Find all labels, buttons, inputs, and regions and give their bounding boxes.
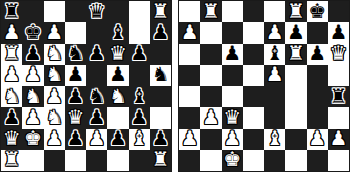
- right-board-square-r7c2[interactable]: [200, 129, 221, 150]
- right-board-square-r3c7[interactable]: ♟: [307, 44, 328, 65]
- white-pawn-icon: ♟: [24, 107, 42, 127]
- black-pawn-icon: ♟: [88, 107, 106, 127]
- black-pawn-icon: ♟: [66, 65, 84, 85]
- right-board-square-r7c7[interactable]: ♟: [307, 129, 328, 150]
- black-king-icon: ♚: [308, 1, 326, 21]
- white-pawn-icon: ♟: [181, 129, 199, 149]
- black-pawn-icon: ♟: [151, 129, 169, 149]
- black-pawn-icon: ♟: [151, 22, 169, 42]
- white-pawn-icon: ♟: [202, 107, 220, 127]
- white-king-icon: ♚: [223, 150, 241, 170]
- left-board-square-r4c8[interactable]: ♞: [150, 65, 171, 86]
- left-board-square-r8c4[interactable]: [65, 150, 86, 171]
- black-bishop-icon: ♝: [266, 44, 284, 64]
- black-pawn-icon: ♟: [24, 44, 42, 64]
- right-board-square-r4c8[interactable]: [328, 65, 349, 86]
- right-board-square-r1c3[interactable]: [222, 1, 243, 22]
- black-king-icon: ♚: [24, 22, 42, 42]
- white-knight-icon: ♞: [45, 65, 63, 85]
- right-board-square-r4c2[interactable]: [200, 65, 221, 86]
- right-board-square-r4c6[interactable]: [285, 65, 306, 86]
- white-pawn-icon: ♟: [266, 65, 284, 85]
- white-pawn-icon: ♟: [3, 65, 21, 85]
- white-rook-icon: ♜: [202, 1, 220, 21]
- left-board-square-r2c6[interactable]: ♝: [107, 22, 128, 43]
- left-board-square-r8c5[interactable]: [86, 150, 107, 171]
- right-board-square-r7c6[interactable]: [285, 129, 306, 150]
- white-knight-icon: ♞: [109, 86, 127, 106]
- right-board-square-r5c4[interactable]: [243, 86, 264, 107]
- black-pawn-icon: ♟: [287, 22, 305, 42]
- white-pawn-icon: ♟: [181, 22, 199, 42]
- right-board-square-r8c1[interactable]: [179, 150, 200, 171]
- left-board-square-r6c6[interactable]: [107, 107, 128, 128]
- right-board-square-r1c5[interactable]: [264, 1, 285, 22]
- white-pawn-icon: ♟: [308, 129, 326, 149]
- black-pawn-icon: ♟: [329, 22, 347, 42]
- black-bishop-icon: ♝: [109, 22, 127, 42]
- right-board-square-r2c4[interactable]: [243, 22, 264, 43]
- left-board-square-r5c7[interactable]: ♝: [129, 86, 150, 107]
- white-pawn-icon: ♟: [266, 22, 284, 42]
- white-rook-icon: ♜: [287, 1, 305, 21]
- left-board-square-r4c7[interactable]: [129, 65, 150, 86]
- left-board-square-r6c1[interactable]: ♟: [1, 107, 22, 128]
- left-board-square-r2c3[interactable]: ♟: [44, 22, 65, 43]
- right-board-square-r6c1[interactable]: [179, 107, 200, 128]
- left-board-square-r7c3[interactable]: ♟: [44, 129, 65, 150]
- left-board-square-r3c6[interactable]: ♛: [107, 44, 128, 65]
- white-pawn-icon: ♟: [45, 86, 63, 106]
- left-board-square-r3c5[interactable]: ♟: [86, 44, 107, 65]
- right-board-square-r5c3[interactable]: [222, 86, 243, 107]
- right-board-square-r1c4[interactable]: [243, 1, 264, 22]
- black-pawn-icon: ♟: [66, 86, 84, 106]
- white-bishop-icon: ♝: [266, 129, 284, 149]
- white-queen-icon: ♛: [3, 129, 21, 149]
- left-board-square-r2c2[interactable]: ♚: [22, 22, 43, 43]
- right-board-square-r3c3[interactable]: ♟: [222, 44, 243, 65]
- white-queen-icon: ♛: [329, 44, 347, 64]
- left-board-square-r7c4[interactable]: ♟: [65, 129, 86, 150]
- left-board-square-r2c7[interactable]: [129, 22, 150, 43]
- right-board-square-r2c7[interactable]: [307, 22, 328, 43]
- left-board-square-r7c2[interactable]: ♚: [22, 129, 43, 150]
- right-board-square-r5c5[interactable]: [264, 86, 285, 107]
- right-board-square-r8c2[interactable]: [200, 150, 221, 171]
- black-rook-icon: ♜: [3, 1, 21, 21]
- left-board-square-r4c6[interactable]: ♟: [107, 65, 128, 86]
- left-board-square-r6c3[interactable]: ♞: [44, 107, 65, 128]
- right-board-square-r8c7[interactable]: [307, 150, 328, 171]
- white-queen-icon: ♛: [109, 44, 127, 64]
- right-board-square-r6c4[interactable]: [243, 107, 264, 128]
- left-board-square-r6c2[interactable]: ♟: [22, 107, 43, 128]
- left-board-square-r8c3[interactable]: [44, 150, 65, 171]
- black-queen-icon: ♛: [88, 1, 106, 21]
- black-pawn-icon: ♟: [109, 65, 127, 85]
- right-board-square-r6c5[interactable]: [264, 107, 285, 128]
- black-rook-icon: ♜: [329, 86, 347, 106]
- right-board-square-r5c7[interactable]: [307, 86, 328, 107]
- left-board-square-r2c8[interactable]: ♟: [150, 22, 171, 43]
- left-board-square-r8c7[interactable]: [129, 150, 150, 171]
- left-board-square-r8c2[interactable]: [22, 150, 43, 171]
- black-knight-icon: ♞: [66, 44, 84, 64]
- left-board-square-r7c6[interactable]: ♟: [107, 129, 128, 150]
- right-board-square-r1c1[interactable]: [179, 1, 200, 22]
- black-pawn-icon: ♟: [88, 44, 106, 64]
- left-board-square-r5c2[interactable]: ♞: [22, 86, 43, 107]
- black-knight-icon: ♞: [88, 86, 106, 106]
- left-board-square-r7c5[interactable]: ♟: [86, 129, 107, 150]
- white-king-icon: ♚: [24, 129, 42, 149]
- right-board-square-r5c1[interactable]: [179, 86, 200, 107]
- right-board-square-r8c5[interactable]: [264, 150, 285, 171]
- white-knight-icon: ♞: [3, 86, 21, 106]
- right-board-square-r7c1[interactable]: ♟: [179, 129, 200, 150]
- right-board-square-r3c2[interactable]: [200, 44, 221, 65]
- white-pawn-icon: ♟: [88, 129, 106, 149]
- white-pawn-icon: ♟: [223, 129, 241, 149]
- black-pawn-icon: ♟: [130, 107, 148, 127]
- left-board-square-r3c1[interactable]: ♜: [1, 44, 22, 65]
- left-board-square-r4c3[interactable]: ♞: [44, 65, 65, 86]
- white-rook-icon: ♜: [3, 44, 21, 64]
- left-board-square-r3c4[interactable]: ♞: [65, 44, 86, 65]
- right-board-square-r2c1[interactable]: ♟: [179, 22, 200, 43]
- white-rook-icon: ♜: [3, 150, 21, 170]
- right-board-square-r8c6[interactable]: [285, 150, 306, 171]
- right-board-square-r7c5[interactable]: ♝: [264, 129, 285, 150]
- left-board-square-r5c8[interactable]: [150, 86, 171, 107]
- left-board-square-r3c2[interactable]: ♟: [22, 44, 43, 65]
- right-board-square-r8c3[interactable]: ♚: [222, 150, 243, 171]
- left-board-square-r4c1[interactable]: ♟: [1, 65, 22, 86]
- left-board-square-r6c7[interactable]: ♟: [129, 107, 150, 128]
- right-board-square-r7c8[interactable]: ♟: [328, 129, 349, 150]
- left-board-square-r5c1[interactable]: ♞: [1, 86, 22, 107]
- left-board-square-r4c4[interactable]: ♟: [65, 65, 86, 86]
- right-board-square-r3c6[interactable]: ♜: [285, 44, 306, 65]
- left-board-square-r2c5[interactable]: [86, 22, 107, 43]
- right-board-square-r5c6[interactable]: [285, 86, 306, 107]
- black-pawn-icon: ♟: [109, 129, 127, 149]
- right-board-square-r2c5[interactable]: ♟: [264, 22, 285, 43]
- left-board-square-r5c3[interactable]: ♟: [44, 86, 65, 107]
- left-board-square-r1c2[interactable]: [22, 1, 43, 22]
- right-board-square-r6c7[interactable]: [307, 107, 328, 128]
- left-board-square-r2c1[interactable]: ♟: [1, 22, 22, 43]
- left-board-square-r1c6[interactable]: [107, 1, 128, 22]
- right-board-square-r2c8[interactable]: ♟: [328, 22, 349, 43]
- right-board-square-r2c6[interactable]: ♟: [285, 22, 306, 43]
- left-board: ♜♛♜♟♚♟♝♟♜♟♞♞♟♛♟♟♟♞♟♟♞♞♞♟♟♞♞♝♟♟♞♛♟♟♛♚♟♟♟♟…: [0, 0, 172, 172]
- black-pawn-icon: ♟: [66, 129, 84, 149]
- left-board-square-r3c7[interactable]: ♟: [129, 44, 150, 65]
- left-board-square-r1c1[interactable]: ♜: [1, 1, 22, 22]
- right-board-square-r6c3[interactable]: ♛: [222, 107, 243, 128]
- left-board-square-r8c1[interactable]: ♜: [1, 150, 22, 171]
- left-board-square-r1c4[interactable]: [65, 1, 86, 22]
- right-board: ♜♜♚♟♟♟♟♟♝♜♟♛♟♜♟♛♟♟♝♟♟♚: [178, 0, 350, 172]
- right-board-square-r3c8[interactable]: ♛: [328, 44, 349, 65]
- white-knight-icon: ♞: [45, 107, 63, 127]
- left-board-square-r3c8[interactable]: [150, 44, 171, 65]
- left-board-square-r1c3[interactable]: [44, 1, 65, 22]
- right-board-square-r4c4[interactable]: [243, 65, 264, 86]
- right-board-square-r1c8[interactable]: [328, 1, 349, 22]
- right-board-square-r6c8[interactable]: [328, 107, 349, 128]
- right-board-square-r4c7[interactable]: [307, 65, 328, 86]
- right-board-square-r5c2[interactable]: [200, 86, 221, 107]
- left-board-square-r1c7[interactable]: [129, 1, 150, 22]
- black-pawn-icon: ♟: [130, 44, 148, 64]
- white-rook-icon: ♜: [287, 44, 305, 64]
- left-board-square-r6c5[interactable]: ♟: [86, 107, 107, 128]
- left-board-square-r8c8[interactable]: ♜: [150, 150, 171, 171]
- right-board-square-r4c3[interactable]: [222, 65, 243, 86]
- white-rook-icon: ♜: [151, 150, 169, 170]
- left-board-square-r8c6[interactable]: [107, 150, 128, 171]
- white-pawn-icon: ♟: [329, 129, 347, 149]
- white-queen-icon: ♛: [66, 107, 84, 127]
- right-board-square-r1c7[interactable]: ♚: [307, 1, 328, 22]
- right-board-square-r4c1[interactable]: [179, 65, 200, 86]
- right-board-square-r2c2[interactable]: [200, 22, 221, 43]
- white-pawn-icon: ♟: [24, 65, 42, 85]
- left-board-square-r7c1[interactable]: ♛: [1, 129, 22, 150]
- right-board-square-r2c3[interactable]: [222, 22, 243, 43]
- right-board-square-r7c3[interactable]: ♟: [222, 129, 243, 150]
- left-board-square-r6c8[interactable]: [150, 107, 171, 128]
- right-board-square-r6c2[interactable]: ♟: [200, 107, 221, 128]
- white-rook-icon: ♜: [151, 1, 169, 21]
- right-board-square-r8c8[interactable]: [328, 150, 349, 171]
- right-board-square-r5c8[interactable]: ♜: [328, 86, 349, 107]
- left-board-square-r1c8[interactable]: ♜: [150, 1, 171, 22]
- right-board-square-r3c5[interactable]: ♝: [264, 44, 285, 65]
- left-board-square-r4c2[interactable]: ♟: [22, 65, 43, 86]
- right-board-square-r1c6[interactable]: ♜: [285, 1, 306, 22]
- left-board-square-r7c8[interactable]: ♟: [150, 129, 171, 150]
- white-queen-icon: ♛: [223, 107, 241, 127]
- left-board-square-r2c4[interactable]: [65, 22, 86, 43]
- left-board-square-r5c5[interactable]: ♞: [86, 86, 107, 107]
- left-board-square-r4c5[interactable]: [86, 65, 107, 86]
- left-board-square-r1c5[interactable]: ♛: [86, 1, 107, 22]
- white-pawn-icon: ♟: [3, 22, 21, 42]
- right-board-square-r4c5[interactable]: ♟: [264, 65, 285, 86]
- right-board-square-r1c2[interactable]: ♜: [200, 1, 221, 22]
- black-pawn-icon: ♟: [223, 44, 241, 64]
- black-pawn-icon: ♟: [308, 44, 326, 64]
- white-pawn-icon: ♟: [45, 129, 63, 149]
- right-board-square-r3c4[interactable]: [243, 44, 264, 65]
- white-knight-icon: ♞: [45, 44, 63, 64]
- left-board-square-r7c7[interactable]: ♝: [129, 129, 150, 150]
- right-board-square-r8c4[interactable]: [243, 150, 264, 171]
- white-bishop-icon: ♝: [130, 129, 148, 149]
- left-board-square-r5c4[interactable]: ♟: [65, 86, 86, 107]
- right-board-square-r3c1[interactable]: [179, 44, 200, 65]
- right-board-square-r7c4[interactable]: [243, 129, 264, 150]
- white-knight-icon: ♞: [24, 86, 42, 106]
- right-board-square-r6c6[interactable]: [285, 107, 306, 128]
- left-board-square-r3c3[interactable]: ♞: [44, 44, 65, 65]
- left-board-square-r6c4[interactable]: ♛: [65, 107, 86, 128]
- black-pawn-icon: ♟: [3, 107, 21, 127]
- chess-diagram-pair: ♜♛♜♟♚♟♝♟♜♟♞♞♟♛♟♟♟♞♟♟♞♞♞♟♟♞♞♝♟♟♞♛♟♟♛♚♟♟♟♟…: [0, 0, 350, 172]
- black-knight-icon: ♞: [151, 65, 169, 85]
- white-pawn-icon: ♟: [45, 22, 63, 42]
- left-board-square-r5c6[interactable]: ♞: [107, 86, 128, 107]
- black-bishop-icon: ♝: [130, 86, 148, 106]
